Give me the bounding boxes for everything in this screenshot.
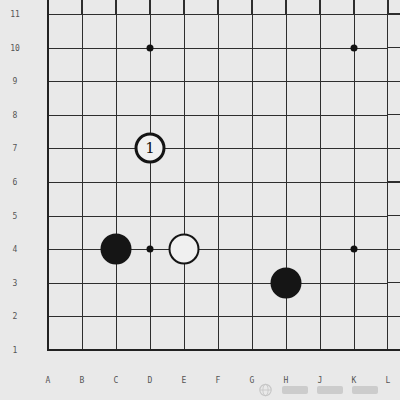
board-cell[interactable] (116, 182, 150, 216)
row-label-5: 5 (13, 211, 18, 220)
watermark-text (282, 386, 308, 394)
board-cell[interactable] (82, 283, 116, 317)
board-cell[interactable] (82, 148, 116, 182)
board-cell[interactable] (354, 182, 388, 216)
board-cell[interactable] (150, 283, 184, 317)
grid-extension-line (149, 0, 150, 14)
board-cell[interactable] (184, 14, 218, 48)
board-cell[interactable] (48, 148, 82, 182)
board-cell[interactable] (116, 48, 150, 82)
row-label-9: 9 (13, 77, 18, 86)
board-cell[interactable] (354, 316, 388, 350)
row-label-8: 8 (13, 110, 18, 119)
board-cell[interactable] (218, 182, 252, 216)
board-cell[interactable] (150, 14, 184, 48)
board-cell[interactable] (252, 216, 286, 250)
board-cell[interactable] (218, 14, 252, 48)
watermark (258, 381, 398, 398)
board-cell[interactable] (286, 14, 320, 48)
grid-extension-line (387, 114, 400, 115)
board-cell[interactable] (116, 14, 150, 48)
board-cell[interactable] (286, 316, 320, 350)
black-stone (271, 267, 302, 298)
board-cell[interactable] (82, 81, 116, 115)
col-label-G: G (250, 376, 255, 385)
board-cell[interactable] (320, 283, 354, 317)
board-cell[interactable] (286, 115, 320, 149)
board-cell[interactable] (320, 216, 354, 250)
globe-icon (258, 383, 273, 397)
row-label-1: 1 (13, 346, 18, 355)
board-cell[interactable] (184, 316, 218, 350)
board-cell[interactable] (354, 283, 388, 317)
col-label-A: A (46, 376, 51, 385)
board-cell[interactable] (48, 283, 82, 317)
board-cell[interactable] (184, 182, 218, 216)
board-cell[interactable] (320, 81, 354, 115)
grid-extension-line (251, 0, 252, 14)
go-board[interactable] (48, 14, 388, 350)
board-cell[interactable] (150, 182, 184, 216)
board-cell[interactable] (184, 148, 218, 182)
grid-extension-line (387, 181, 400, 182)
board-cell[interactable] (218, 81, 252, 115)
board-cell[interactable] (82, 14, 116, 48)
board-cell[interactable] (320, 316, 354, 350)
board-cell[interactable] (252, 115, 286, 149)
row-label-3: 3 (13, 278, 18, 287)
star-point (351, 44, 358, 51)
board-cell[interactable] (82, 48, 116, 82)
board-cell[interactable] (150, 316, 184, 350)
grid-extension-line (285, 0, 286, 14)
col-label-E: E (182, 376, 187, 385)
board-cell[interactable] (320, 48, 354, 82)
grid-extension-line (387, 0, 388, 14)
board-cell[interactable] (320, 115, 354, 149)
board-cell[interactable] (48, 115, 82, 149)
row-label-2: 2 (13, 312, 18, 321)
board-bottom-edge (47, 349, 400, 351)
move-1-stone: 1 (135, 133, 166, 164)
col-label-F: F (216, 376, 221, 385)
board-cell[interactable] (218, 148, 252, 182)
black-stone (101, 234, 132, 265)
board-cell[interactable] (48, 249, 82, 283)
grid-extension-line (387, 215, 400, 216)
board-cell[interactable] (48, 182, 82, 216)
board-cell[interactable] (218, 48, 252, 82)
board-cell[interactable] (252, 182, 286, 216)
board-cell[interactable] (286, 216, 320, 250)
grid-extension-line (387, 47, 400, 48)
go-board-diagram: 1 1234567891011ABCDEFGHJKL (0, 0, 400, 400)
board-cell[interactable] (150, 48, 184, 82)
grid-extension-line (353, 0, 354, 14)
grid-extension-line (387, 249, 400, 250)
watermark-text-blocks (282, 386, 378, 394)
grid-extension-line (387, 13, 400, 14)
board-cell[interactable] (286, 48, 320, 82)
board-cell[interactable] (116, 283, 150, 317)
watermark-text (317, 386, 343, 394)
grid-extension-line (115, 0, 116, 14)
board-cell[interactable] (218, 283, 252, 317)
board-cell[interactable] (82, 182, 116, 216)
board-cell[interactable] (48, 14, 82, 48)
board-cell[interactable] (218, 216, 252, 250)
grid-extension-line (387, 81, 400, 82)
board-cell[interactable] (82, 115, 116, 149)
board-cell[interactable] (354, 216, 388, 250)
board-cell[interactable] (48, 216, 82, 250)
grid-extension-line (217, 0, 218, 14)
board-cell[interactable] (184, 81, 218, 115)
board-cell[interactable] (354, 115, 388, 149)
board-cell[interactable] (354, 14, 388, 48)
board-cell[interactable] (320, 14, 354, 48)
board-cell[interactable] (354, 48, 388, 82)
col-label-C: C (114, 376, 119, 385)
board-cell[interactable] (252, 148, 286, 182)
board-cell[interactable] (218, 249, 252, 283)
grid-extension-line (387, 282, 400, 283)
board-cell[interactable] (48, 316, 82, 350)
board-cell[interactable] (150, 81, 184, 115)
board-cell[interactable] (320, 249, 354, 283)
board-cell[interactable] (320, 148, 354, 182)
star-point (351, 246, 358, 253)
board-cell[interactable] (82, 316, 116, 350)
board-cell[interactable] (354, 81, 388, 115)
board-cell[interactable] (286, 148, 320, 182)
row-label-4: 4 (13, 245, 18, 254)
row-label-10: 10 (10, 43, 20, 52)
board-cell[interactable] (218, 316, 252, 350)
star-point (147, 44, 154, 51)
white-stone (169, 234, 200, 265)
board-cell[interactable] (184, 115, 218, 149)
board-cell[interactable] (218, 115, 252, 149)
grid-extension-line (183, 0, 184, 14)
grid-extension-line (81, 0, 82, 14)
watermark-text (352, 386, 378, 394)
row-label-11: 11 (10, 10, 20, 19)
board-cell[interactable] (252, 14, 286, 48)
board-left-edge (47, 0, 49, 351)
board-cell[interactable] (252, 316, 286, 350)
board-cell[interactable] (354, 148, 388, 182)
grid-extension-line (387, 316, 400, 317)
board-cell[interactable] (252, 48, 286, 82)
board-cell[interactable] (184, 48, 218, 82)
board-cell[interactable] (252, 81, 286, 115)
move-number: 1 (145, 141, 155, 156)
col-label-B: B (80, 376, 85, 385)
star-point (147, 246, 154, 253)
board-cell[interactable] (320, 182, 354, 216)
col-label-D: D (148, 376, 153, 385)
board-cell[interactable] (116, 81, 150, 115)
row-label-6: 6 (13, 178, 18, 187)
row-label-7: 7 (13, 144, 18, 153)
board-cell[interactable] (354, 249, 388, 283)
board-cell[interactable] (286, 81, 320, 115)
grid-extension-line (319, 0, 320, 14)
board-cell[interactable] (286, 182, 320, 216)
board-cell[interactable] (48, 48, 82, 82)
board-cell[interactable] (116, 316, 150, 350)
board-cell[interactable] (48, 81, 82, 115)
board-cell[interactable] (184, 283, 218, 317)
grid-extension-line (387, 148, 400, 149)
